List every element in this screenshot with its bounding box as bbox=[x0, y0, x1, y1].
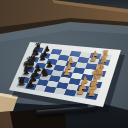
chess-photo-scene: ♜♞♝♛♚♝♜♟♟♟♟♟♟♟♟♞♟♟♟♟♟♟♟♟♜♞♝♛♚♝♞♜ bbox=[0, 0, 128, 128]
